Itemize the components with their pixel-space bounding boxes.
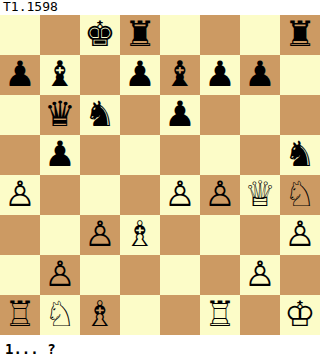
square-d5[interactable] bbox=[120, 135, 160, 175]
piece-black-pawn: ♟ bbox=[4, 54, 35, 94]
piece-white-pawn: ♙ bbox=[4, 174, 35, 214]
square-g2[interactable]: ♙ bbox=[240, 255, 280, 295]
move-prompt: 1... ? bbox=[5, 341, 56, 357]
square-g4[interactable]: ♕ bbox=[240, 175, 280, 215]
square-e8[interactable] bbox=[160, 15, 200, 55]
square-c5[interactable] bbox=[80, 135, 120, 175]
square-h1[interactable]: ♔ bbox=[280, 295, 320, 335]
square-c7[interactable] bbox=[80, 55, 120, 95]
square-a5[interactable] bbox=[0, 135, 40, 175]
square-d6[interactable] bbox=[120, 95, 160, 135]
piece-white-rook: ♖ bbox=[4, 294, 35, 334]
square-e2[interactable] bbox=[160, 255, 200, 295]
square-a6[interactable] bbox=[0, 95, 40, 135]
square-f8[interactable] bbox=[200, 15, 240, 55]
square-g6[interactable] bbox=[240, 95, 280, 135]
square-b3[interactable] bbox=[40, 215, 80, 255]
piece-white-bishop: ♗ bbox=[84, 294, 115, 334]
square-f2[interactable] bbox=[200, 255, 240, 295]
square-d7[interactable]: ♟ bbox=[120, 55, 160, 95]
square-f7[interactable]: ♟ bbox=[200, 55, 240, 95]
square-b1[interactable]: ♘ bbox=[40, 295, 80, 335]
square-b8[interactable] bbox=[40, 15, 80, 55]
piece-black-king: ♚ bbox=[84, 14, 115, 54]
square-c6[interactable]: ♞ bbox=[80, 95, 120, 135]
square-e6[interactable]: ♟ bbox=[160, 95, 200, 135]
square-g1[interactable] bbox=[240, 295, 280, 335]
piece-white-bishop: ♗ bbox=[124, 214, 155, 254]
piece-black-rook: ♜ bbox=[284, 14, 315, 54]
square-d3[interactable]: ♗ bbox=[120, 215, 160, 255]
square-b2[interactable]: ♙ bbox=[40, 255, 80, 295]
chess-board: ♚♜♜♟♝♟♝♟♟♛♞♟♟♞♙♙♙♕♘♙♗♙♙♙♖♘♗♖♔ bbox=[0, 15, 320, 335]
square-c4[interactable] bbox=[80, 175, 120, 215]
square-b5[interactable]: ♟ bbox=[40, 135, 80, 175]
square-f6[interactable] bbox=[200, 95, 240, 135]
square-d4[interactable] bbox=[120, 175, 160, 215]
piece-white-pawn: ♙ bbox=[84, 214, 115, 254]
square-b7[interactable]: ♝ bbox=[40, 55, 80, 95]
square-b6[interactable]: ♛ bbox=[40, 95, 80, 135]
square-h6[interactable] bbox=[280, 95, 320, 135]
piece-black-pawn: ♟ bbox=[44, 134, 75, 174]
piece-white-pawn: ♙ bbox=[44, 254, 75, 294]
square-f1[interactable]: ♖ bbox=[200, 295, 240, 335]
square-h7[interactable] bbox=[280, 55, 320, 95]
square-g3[interactable] bbox=[240, 215, 280, 255]
square-f5[interactable] bbox=[200, 135, 240, 175]
square-d1[interactable] bbox=[120, 295, 160, 335]
piece-black-pawn: ♟ bbox=[204, 54, 235, 94]
square-e3[interactable] bbox=[160, 215, 200, 255]
square-a1[interactable]: ♖ bbox=[0, 295, 40, 335]
square-c3[interactable]: ♙ bbox=[80, 215, 120, 255]
square-h5[interactable]: ♞ bbox=[280, 135, 320, 175]
square-g8[interactable] bbox=[240, 15, 280, 55]
piece-white-pawn: ♙ bbox=[164, 174, 195, 214]
piece-black-knight: ♞ bbox=[84, 94, 115, 134]
piece-white-knight: ♘ bbox=[44, 294, 75, 334]
square-g5[interactable] bbox=[240, 135, 280, 175]
square-h3[interactable]: ♙ bbox=[280, 215, 320, 255]
square-a8[interactable] bbox=[0, 15, 40, 55]
piece-white-pawn: ♙ bbox=[204, 174, 235, 214]
piece-white-pawn: ♙ bbox=[284, 214, 315, 254]
piece-black-pawn: ♟ bbox=[164, 94, 195, 134]
square-c2[interactable] bbox=[80, 255, 120, 295]
square-d2[interactable] bbox=[120, 255, 160, 295]
piece-black-rook: ♜ bbox=[124, 14, 155, 54]
puzzle-id: T1.1598 bbox=[3, 0, 58, 14]
square-e7[interactable]: ♝ bbox=[160, 55, 200, 95]
piece-white-king: ♔ bbox=[284, 294, 315, 334]
piece-white-rook: ♖ bbox=[204, 294, 235, 334]
square-d8[interactable]: ♜ bbox=[120, 15, 160, 55]
piece-white-knight: ♘ bbox=[284, 174, 315, 214]
square-a3[interactable] bbox=[0, 215, 40, 255]
piece-black-bishop: ♝ bbox=[44, 54, 75, 94]
square-h8[interactable]: ♜ bbox=[280, 15, 320, 55]
square-f4[interactable]: ♙ bbox=[200, 175, 240, 215]
square-a4[interactable]: ♙ bbox=[0, 175, 40, 215]
piece-white-queen: ♕ bbox=[244, 174, 275, 214]
square-c1[interactable]: ♗ bbox=[80, 295, 120, 335]
piece-black-knight: ♞ bbox=[284, 134, 315, 174]
piece-black-queen: ♛ bbox=[44, 94, 75, 134]
square-g7[interactable]: ♟ bbox=[240, 55, 280, 95]
square-a7[interactable]: ♟ bbox=[0, 55, 40, 95]
square-c8[interactable]: ♚ bbox=[80, 15, 120, 55]
piece-black-pawn: ♟ bbox=[244, 54, 275, 94]
square-b4[interactable] bbox=[40, 175, 80, 215]
piece-black-pawn: ♟ bbox=[124, 54, 155, 94]
square-e1[interactable] bbox=[160, 295, 200, 335]
square-a2[interactable] bbox=[0, 255, 40, 295]
status-bar: 1... ? bbox=[0, 335, 320, 360]
piece-black-bishop: ♝ bbox=[164, 54, 195, 94]
square-e5[interactable] bbox=[160, 135, 200, 175]
title-bar: T1.1598 bbox=[0, 0, 320, 15]
square-f3[interactable] bbox=[200, 215, 240, 255]
square-e4[interactable]: ♙ bbox=[160, 175, 200, 215]
square-h4[interactable]: ♘ bbox=[280, 175, 320, 215]
square-h2[interactable] bbox=[280, 255, 320, 295]
piece-white-pawn: ♙ bbox=[244, 254, 275, 294]
